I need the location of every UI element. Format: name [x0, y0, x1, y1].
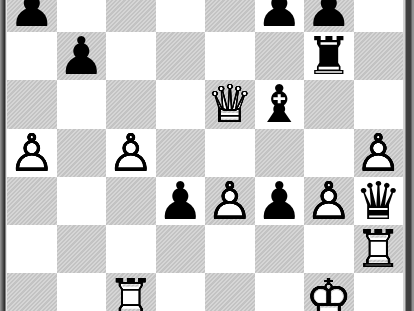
black-pawn-glyph: ♟: [57, 32, 107, 80]
black-queen[interactable]: ♛: [354, 177, 404, 225]
white-king-glyph: ♔: [304, 273, 354, 311]
white-pawn[interactable]: ♟♙: [106, 129, 156, 177]
square-a1[interactable]: [7, 273, 57, 311]
square-h6[interactable]: [354, 32, 404, 80]
white-pawn[interactable]: ♟♙: [205, 177, 255, 225]
white-rook-glyph: ♖: [354, 225, 404, 273]
board-frame-left: [0, 0, 7, 311]
square-a6[interactable]: [7, 32, 57, 80]
square-g3[interactable]: ♟♙: [304, 177, 354, 225]
white-queen-glyph: ♕: [205, 80, 255, 128]
white-king[interactable]: ♚♔: [304, 273, 354, 311]
square-c6[interactable]: [106, 32, 156, 80]
black-pawn[interactable]: ♟: [57, 32, 107, 80]
square-d7[interactable]: [156, 0, 206, 32]
white-pawn-glyph: ♙: [205, 177, 255, 225]
white-pawn[interactable]: ♟♙: [7, 129, 57, 177]
square-f4[interactable]: [255, 129, 305, 177]
square-e7[interactable]: [205, 0, 255, 32]
white-pawn-glyph: ♙: [7, 129, 57, 177]
square-e6[interactable]: [205, 32, 255, 80]
square-b5[interactable]: [57, 80, 107, 128]
square-a2[interactable]: [7, 225, 57, 273]
chess-board: ♟♟♟♟♜♛♕♝♟♙♟♙♟♙♟♟♙♟♟♙♛♜♖♜♖♚♔: [7, 0, 403, 311]
square-e5[interactable]: ♛♕: [205, 80, 255, 128]
square-a4[interactable]: ♟♙: [7, 129, 57, 177]
square-d4[interactable]: [156, 129, 206, 177]
square-g5[interactable]: [304, 80, 354, 128]
square-h2[interactable]: ♜♖: [354, 225, 404, 273]
square-f1[interactable]: [255, 273, 305, 311]
white-rook[interactable]: ♜♖: [354, 225, 404, 273]
black-pawn[interactable]: ♟: [255, 0, 305, 32]
board-frame-right: [403, 0, 414, 311]
square-b3[interactable]: [57, 177, 107, 225]
white-pawn-glyph: ♙: [354, 129, 404, 177]
white-rook[interactable]: ♜♖: [106, 273, 156, 311]
square-a7[interactable]: ♟: [7, 0, 57, 32]
square-f7[interactable]: ♟: [255, 0, 305, 32]
square-g2[interactable]: [304, 225, 354, 273]
square-g4[interactable]: [304, 129, 354, 177]
square-d1[interactable]: [156, 273, 206, 311]
white-pawn[interactable]: ♟♙: [354, 129, 404, 177]
square-a5[interactable]: [7, 80, 57, 128]
black-pawn[interactable]: ♟: [156, 177, 206, 225]
square-d5[interactable]: [156, 80, 206, 128]
black-pawn[interactable]: ♟: [255, 177, 305, 225]
square-f6[interactable]: [255, 32, 305, 80]
square-h7[interactable]: [354, 0, 404, 32]
black-bishop[interactable]: ♝: [255, 80, 305, 128]
square-c7[interactable]: [106, 0, 156, 32]
black-pawn-glyph: ♟: [7, 0, 57, 32]
square-c5[interactable]: [106, 80, 156, 128]
white-pawn[interactable]: ♟♙: [304, 177, 354, 225]
square-h1[interactable]: [354, 273, 404, 311]
square-h3[interactable]: ♛: [354, 177, 404, 225]
white-pawn-glyph: ♙: [106, 129, 156, 177]
black-pawn-glyph: ♟: [255, 0, 305, 32]
square-b1[interactable]: [57, 273, 107, 311]
square-c1[interactable]: ♜♖: [106, 273, 156, 311]
white-pawn-glyph: ♙: [304, 177, 354, 225]
square-c4[interactable]: ♟♙: [106, 129, 156, 177]
black-pawn-glyph: ♟: [156, 177, 206, 225]
square-f2[interactable]: [255, 225, 305, 273]
square-a3[interactable]: [7, 177, 57, 225]
square-e4[interactable]: [205, 129, 255, 177]
square-e2[interactable]: [205, 225, 255, 273]
black-pawn-glyph: ♟: [255, 177, 305, 225]
square-b2[interactable]: [57, 225, 107, 273]
black-bishop-glyph: ♝: [255, 80, 305, 128]
square-c2[interactable]: [106, 225, 156, 273]
square-g6[interactable]: ♜: [304, 32, 354, 80]
square-g1[interactable]: ♚♔: [304, 273, 354, 311]
square-h4[interactable]: ♟♙: [354, 129, 404, 177]
white-queen[interactable]: ♛♕: [205, 80, 255, 128]
square-f3[interactable]: ♟: [255, 177, 305, 225]
square-e3[interactable]: ♟♙: [205, 177, 255, 225]
square-b4[interactable]: [57, 129, 107, 177]
square-c3[interactable]: [106, 177, 156, 225]
chess-diagram: ♟♟♟♟♜♛♕♝♟♙♟♙♟♙♟♟♙♟♟♙♛♜♖♜♖♚♔: [0, 0, 414, 311]
square-h5[interactable]: [354, 80, 404, 128]
square-e1[interactable]: [205, 273, 255, 311]
black-pawn[interactable]: ♟: [7, 0, 57, 32]
square-b6[interactable]: ♟: [57, 32, 107, 80]
black-queen-glyph: ♛: [354, 177, 404, 225]
square-f5[interactable]: ♝: [255, 80, 305, 128]
square-d3[interactable]: ♟: [156, 177, 206, 225]
square-d6[interactable]: [156, 32, 206, 80]
square-d2[interactable]: [156, 225, 206, 273]
white-rook-glyph: ♖: [106, 273, 156, 311]
black-rook[interactable]: ♜: [304, 32, 354, 80]
black-rook-glyph: ♜: [304, 32, 354, 80]
